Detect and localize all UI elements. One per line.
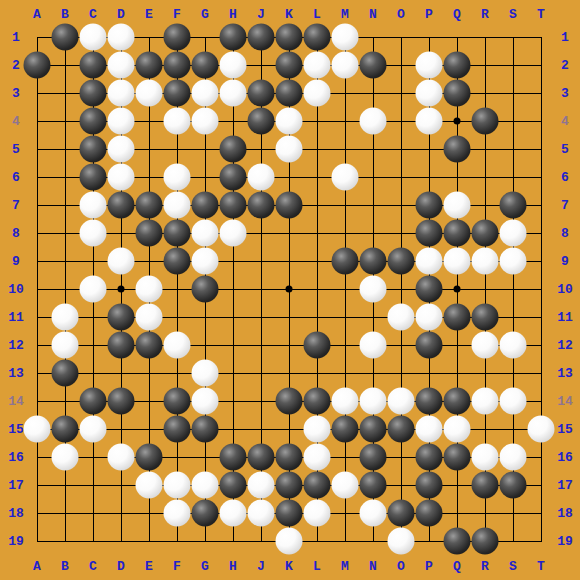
black-stone-N16 [360, 444, 387, 471]
black-stone-C2 [80, 52, 107, 79]
black-stone-Q19 [444, 528, 471, 555]
col-label-bottom-C: C [89, 559, 97, 574]
black-stone-L1 [304, 24, 331, 51]
black-stone-B15 [52, 416, 79, 443]
black-stone-M15 [332, 416, 359, 443]
black-stone-F14 [164, 388, 191, 415]
row-label-left-13: 13 [8, 366, 24, 381]
col-label-top-F: F [173, 7, 181, 22]
row-label-left-3: 3 [12, 86, 20, 101]
white-stone-P2 [416, 52, 443, 79]
black-stone-Q2 [444, 52, 471, 79]
white-stone-Q9 [444, 248, 471, 275]
row-label-left-2: 2 [12, 58, 20, 73]
row-label-left-18: 18 [8, 506, 24, 521]
col-label-bottom-H: H [229, 559, 237, 574]
black-stone-B1 [52, 24, 79, 51]
white-stone-M14 [332, 388, 359, 415]
row-label-right-16: 16 [557, 450, 573, 465]
black-stone-M9 [332, 248, 359, 275]
black-stone-E2 [136, 52, 163, 79]
black-stone-G18 [192, 500, 219, 527]
grid-line-vertical [541, 37, 542, 542]
row-label-left-9: 9 [12, 254, 20, 269]
black-stone-C3 [80, 80, 107, 107]
white-stone-N12 [360, 332, 387, 359]
white-stone-D6 [108, 164, 135, 191]
black-stone-O9 [388, 248, 415, 275]
black-stone-K7 [276, 192, 303, 219]
star-point-D10 [118, 286, 125, 293]
col-label-top-L: L [313, 7, 321, 22]
col-label-top-R: R [481, 7, 489, 22]
white-stone-S12 [500, 332, 527, 359]
black-stone-H7 [220, 192, 247, 219]
black-stone-D7 [108, 192, 135, 219]
row-label-right-3: 3 [561, 86, 569, 101]
white-stone-O19 [388, 528, 415, 555]
white-stone-D3 [108, 80, 135, 107]
row-label-left-6: 6 [12, 170, 20, 185]
black-stone-D11 [108, 304, 135, 331]
white-stone-C10 [80, 276, 107, 303]
white-stone-O11 [388, 304, 415, 331]
white-stone-E17 [136, 472, 163, 499]
black-stone-P10 [416, 276, 443, 303]
black-stone-J1 [248, 24, 275, 51]
white-stone-C8 [80, 220, 107, 247]
white-stone-S9 [500, 248, 527, 275]
white-stone-A15 [24, 416, 51, 443]
white-stone-P9 [416, 248, 443, 275]
white-stone-D5 [108, 136, 135, 163]
white-stone-R9 [472, 248, 499, 275]
star-point-Q10 [454, 286, 461, 293]
col-label-bottom-D: D [117, 559, 125, 574]
col-label-bottom-K: K [285, 559, 293, 574]
white-stone-M1 [332, 24, 359, 51]
col-label-top-O: O [397, 7, 405, 22]
white-stone-N10 [360, 276, 387, 303]
white-stone-C7 [80, 192, 107, 219]
white-stone-D2 [108, 52, 135, 79]
black-stone-E7 [136, 192, 163, 219]
white-stone-S14 [500, 388, 527, 415]
white-stone-N4 [360, 108, 387, 135]
white-stone-M6 [332, 164, 359, 191]
black-stone-F1 [164, 24, 191, 51]
black-stone-P14 [416, 388, 443, 415]
white-stone-M2 [332, 52, 359, 79]
black-stone-N2 [360, 52, 387, 79]
white-stone-D1 [108, 24, 135, 51]
star-point-Q4 [454, 118, 461, 125]
col-label-bottom-T: T [537, 559, 545, 574]
row-label-right-19: 19 [557, 534, 573, 549]
col-label-bottom-R: R [481, 559, 489, 574]
row-label-right-1: 1 [561, 30, 569, 45]
row-label-right-13: 13 [557, 366, 573, 381]
white-stone-B11 [52, 304, 79, 331]
col-label-bottom-B: B [61, 559, 69, 574]
row-label-right-8: 8 [561, 226, 569, 241]
black-stone-K14 [276, 388, 303, 415]
row-label-right-9: 9 [561, 254, 569, 269]
col-label-top-Q: Q [453, 7, 461, 22]
white-stone-L18 [304, 500, 331, 527]
white-stone-Q7 [444, 192, 471, 219]
black-stone-Q14 [444, 388, 471, 415]
white-stone-C1 [80, 24, 107, 51]
col-label-top-H: H [229, 7, 237, 22]
black-stone-Q5 [444, 136, 471, 163]
black-stone-R11 [472, 304, 499, 331]
row-label-right-14: 14 [557, 394, 573, 409]
black-stone-L12 [304, 332, 331, 359]
row-label-right-18: 18 [557, 506, 573, 521]
black-stone-C14 [80, 388, 107, 415]
white-stone-H18 [220, 500, 247, 527]
black-stone-P18 [416, 500, 443, 527]
black-stone-P16 [416, 444, 443, 471]
white-stone-F6 [164, 164, 191, 191]
col-label-bottom-O: O [397, 559, 405, 574]
col-label-top-J: J [257, 7, 265, 22]
black-stone-N9 [360, 248, 387, 275]
black-stone-F2 [164, 52, 191, 79]
black-stone-K18 [276, 500, 303, 527]
black-stone-H1 [220, 24, 247, 51]
row-label-left-11: 11 [8, 310, 24, 325]
black-stone-O18 [388, 500, 415, 527]
col-label-top-P: P [425, 7, 433, 22]
col-label-top-A: A [33, 7, 41, 22]
black-stone-F15 [164, 416, 191, 443]
white-stone-F12 [164, 332, 191, 359]
black-stone-Q3 [444, 80, 471, 107]
row-label-left-14: 14 [8, 394, 24, 409]
white-stone-B16 [52, 444, 79, 471]
black-stone-C4 [80, 108, 107, 135]
white-stone-G14 [192, 388, 219, 415]
row-label-right-12: 12 [557, 338, 573, 353]
row-label-left-4: 4 [12, 114, 20, 129]
row-label-left-8: 8 [12, 226, 20, 241]
white-stone-D4 [108, 108, 135, 135]
black-stone-H16 [220, 444, 247, 471]
black-stone-P8 [416, 220, 443, 247]
white-stone-P15 [416, 416, 443, 443]
white-stone-H3 [220, 80, 247, 107]
row-label-left-10: 10 [8, 282, 24, 297]
black-stone-J3 [248, 80, 275, 107]
white-stone-R16 [472, 444, 499, 471]
white-stone-P3 [416, 80, 443, 107]
black-stone-G2 [192, 52, 219, 79]
black-stone-P12 [416, 332, 443, 359]
grid-line-vertical [345, 37, 346, 542]
white-stone-F18 [164, 500, 191, 527]
white-stone-N18 [360, 500, 387, 527]
white-stone-G8 [192, 220, 219, 247]
col-label-top-G: G [201, 7, 209, 22]
white-stone-G3 [192, 80, 219, 107]
black-stone-J4 [248, 108, 275, 135]
white-stone-O14 [388, 388, 415, 415]
white-stone-N14 [360, 388, 387, 415]
white-stone-P4 [416, 108, 443, 135]
black-stone-Q16 [444, 444, 471, 471]
white-stone-S8 [500, 220, 527, 247]
col-label-bottom-G: G [201, 559, 209, 574]
black-stone-D12 [108, 332, 135, 359]
black-stone-C6 [80, 164, 107, 191]
col-label-bottom-L: L [313, 559, 321, 574]
white-stone-G13 [192, 360, 219, 387]
col-label-bottom-P: P [425, 559, 433, 574]
black-stone-J16 [248, 444, 275, 471]
black-stone-S7 [500, 192, 527, 219]
col-label-bottom-E: E [145, 559, 153, 574]
white-stone-J6 [248, 164, 275, 191]
black-stone-P7 [416, 192, 443, 219]
black-stone-K3 [276, 80, 303, 107]
col-label-bottom-S: S [509, 559, 517, 574]
white-stone-R14 [472, 388, 499, 415]
col-label-top-K: K [285, 7, 293, 22]
black-stone-R17 [472, 472, 499, 499]
black-stone-N15 [360, 416, 387, 443]
white-stone-E10 [136, 276, 163, 303]
white-stone-E11 [136, 304, 163, 331]
black-stone-E16 [136, 444, 163, 471]
grid-line-horizontal [37, 373, 542, 374]
white-stone-H2 [220, 52, 247, 79]
row-label-left-19: 19 [8, 534, 24, 549]
black-stone-H17 [220, 472, 247, 499]
white-stone-E3 [136, 80, 163, 107]
black-stone-C5 [80, 136, 107, 163]
black-stone-G10 [192, 276, 219, 303]
white-stone-Q15 [444, 416, 471, 443]
row-label-right-2: 2 [561, 58, 569, 73]
black-stone-P17 [416, 472, 443, 499]
black-stone-G7 [192, 192, 219, 219]
black-stone-F8 [164, 220, 191, 247]
black-stone-R19 [472, 528, 499, 555]
col-label-top-N: N [369, 7, 377, 22]
black-stone-H5 [220, 136, 247, 163]
white-stone-T15 [528, 416, 555, 443]
black-stone-R4 [472, 108, 499, 135]
white-stone-D9 [108, 248, 135, 275]
white-stone-P11 [416, 304, 443, 331]
black-stone-E8 [136, 220, 163, 247]
row-label-right-11: 11 [557, 310, 573, 325]
row-label-left-5: 5 [12, 142, 20, 157]
col-label-top-C: C [89, 7, 97, 22]
white-stone-H8 [220, 220, 247, 247]
black-stone-L17 [304, 472, 331, 499]
col-label-top-M: M [341, 7, 349, 22]
row-label-left-15: 15 [8, 422, 24, 437]
black-stone-B13 [52, 360, 79, 387]
col-label-top-B: B [61, 7, 69, 22]
black-stone-A2 [24, 52, 51, 79]
row-label-right-7: 7 [561, 198, 569, 213]
black-stone-D14 [108, 388, 135, 415]
star-point-K10 [286, 286, 293, 293]
white-stone-F7 [164, 192, 191, 219]
row-label-right-6: 6 [561, 170, 569, 185]
white-stone-M17 [332, 472, 359, 499]
black-stone-O15 [388, 416, 415, 443]
white-stone-K4 [276, 108, 303, 135]
row-label-right-4: 4 [561, 114, 569, 129]
white-stone-F17 [164, 472, 191, 499]
white-stone-L3 [304, 80, 331, 107]
white-stone-J17 [248, 472, 275, 499]
black-stone-Q11 [444, 304, 471, 331]
black-stone-F9 [164, 248, 191, 275]
grid-line-vertical [401, 37, 402, 542]
col-label-bottom-F: F [173, 559, 181, 574]
white-stone-K19 [276, 528, 303, 555]
row-label-right-5: 5 [561, 142, 569, 157]
black-stone-K1 [276, 24, 303, 51]
row-label-left-1: 1 [12, 30, 20, 45]
row-label-right-10: 10 [557, 282, 573, 297]
black-stone-F3 [164, 80, 191, 107]
col-label-bottom-J: J [257, 559, 265, 574]
black-stone-H6 [220, 164, 247, 191]
black-stone-L14 [304, 388, 331, 415]
col-label-top-E: E [145, 7, 153, 22]
black-stone-Q8 [444, 220, 471, 247]
col-label-top-D: D [117, 7, 125, 22]
go-board-app: AABBCCDDEEFFGGHHJJKKLLMMNNOOPPQQRRSSTT11… [0, 0, 580, 580]
white-stone-S16 [500, 444, 527, 471]
row-label-left-17: 17 [8, 478, 24, 493]
col-label-top-S: S [509, 7, 517, 22]
col-label-bottom-Q: Q [453, 559, 461, 574]
black-stone-K2 [276, 52, 303, 79]
col-label-top-T: T [537, 7, 545, 22]
white-stone-J18 [248, 500, 275, 527]
row-label-right-15: 15 [557, 422, 573, 437]
black-stone-G15 [192, 416, 219, 443]
white-stone-L2 [304, 52, 331, 79]
white-stone-D16 [108, 444, 135, 471]
black-stone-S17 [500, 472, 527, 499]
white-stone-L16 [304, 444, 331, 471]
black-stone-K17 [276, 472, 303, 499]
black-stone-K16 [276, 444, 303, 471]
col-label-bottom-A: A [33, 559, 41, 574]
white-stone-F4 [164, 108, 191, 135]
white-stone-G4 [192, 108, 219, 135]
row-label-left-12: 12 [8, 338, 24, 353]
black-stone-N17 [360, 472, 387, 499]
white-stone-G9 [192, 248, 219, 275]
white-stone-C15 [80, 416, 107, 443]
row-label-left-16: 16 [8, 450, 24, 465]
white-stone-K5 [276, 136, 303, 163]
black-stone-R8 [472, 220, 499, 247]
white-stone-R12 [472, 332, 499, 359]
col-label-bottom-M: M [341, 559, 349, 574]
black-stone-E12 [136, 332, 163, 359]
white-stone-G17 [192, 472, 219, 499]
row-label-left-7: 7 [12, 198, 20, 213]
white-stone-B12 [52, 332, 79, 359]
col-label-bottom-N: N [369, 559, 377, 574]
black-stone-J7 [248, 192, 275, 219]
row-label-right-17: 17 [557, 478, 573, 493]
white-stone-L15 [304, 416, 331, 443]
